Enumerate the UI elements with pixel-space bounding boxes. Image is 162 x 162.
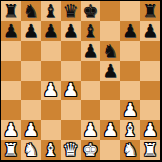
square-a5[interactable] [1, 61, 21, 81]
piece-black-pawn[interactable]: ♟ [23, 22, 39, 40]
square-e2[interactable]: ♟ [81, 120, 101, 140]
square-b2[interactable]: ♟ [21, 120, 41, 140]
square-b5[interactable] [21, 61, 41, 81]
piece-black-bishop[interactable]: ♝ [82, 22, 98, 40]
piece-black-pawn[interactable]: ♟ [82, 42, 98, 60]
square-c7[interactable]: ♟ [41, 21, 61, 41]
square-a6[interactable] [1, 41, 21, 61]
square-e7[interactable]: ♝ [81, 21, 101, 41]
piece-white-knight[interactable]: ♞ [23, 141, 39, 159]
square-b7[interactable]: ♟ [21, 21, 41, 41]
square-h2[interactable]: ♟ [140, 120, 160, 140]
square-h7[interactable]: ♟ [140, 21, 160, 41]
piece-white-pawn[interactable]: ♟ [43, 81, 59, 99]
square-b8[interactable]: ♞ [21, 1, 41, 21]
square-g1[interactable]: ♞ [120, 140, 140, 160]
square-g4[interactable] [120, 81, 140, 101]
piece-black-rook[interactable]: ♜ [3, 2, 19, 20]
square-d1[interactable]: ♛ [61, 140, 81, 160]
piece-black-pawn[interactable]: ♟ [122, 22, 138, 40]
square-a4[interactable] [1, 81, 21, 101]
square-c6[interactable] [41, 41, 61, 61]
square-e1[interactable]: ♚ [81, 140, 101, 160]
square-b3[interactable] [21, 100, 41, 120]
square-g7[interactable]: ♟ [120, 21, 140, 41]
square-a2[interactable]: ♟ [1, 120, 21, 140]
square-c3[interactable] [41, 100, 61, 120]
square-e5[interactable] [81, 61, 101, 81]
square-b6[interactable] [21, 41, 41, 61]
square-c2[interactable] [41, 120, 61, 140]
piece-black-king[interactable]: ♚ [82, 2, 98, 20]
square-h5[interactable] [140, 61, 160, 81]
square-h1[interactable]: ♜ [140, 140, 160, 160]
square-g6[interactable] [120, 41, 140, 61]
square-b1[interactable]: ♞ [21, 140, 41, 160]
piece-black-bishop[interactable]: ♝ [43, 2, 59, 20]
piece-white-pawn[interactable]: ♟ [62, 81, 78, 99]
square-c5[interactable] [41, 61, 61, 81]
square-f8[interactable] [100, 1, 120, 21]
square-f2[interactable]: ♟ [100, 120, 120, 140]
piece-white-rook[interactable]: ♜ [3, 141, 19, 159]
square-d3[interactable] [61, 100, 81, 120]
square-f4[interactable] [100, 81, 120, 101]
square-d4[interactable]: ♟ [61, 81, 81, 101]
piece-black-pawn[interactable]: ♟ [43, 22, 59, 40]
square-a1[interactable]: ♜ [1, 140, 21, 160]
square-g8[interactable] [120, 1, 140, 21]
square-f1[interactable] [100, 140, 120, 160]
piece-black-pawn[interactable]: ♟ [102, 62, 118, 80]
square-h3[interactable] [140, 100, 160, 120]
square-d8[interactable]: ♛ [61, 1, 81, 21]
chess-board-frame: ♜♞♝♛♚♜♟♟♟♟♝♟♟♟♞♟♟♟♟♟♟♟♟♝♟♜♞♝♛♚♞♜ [0, 0, 162, 162]
piece-black-queen[interactable]: ♛ [62, 2, 78, 20]
piece-white-pawn[interactable]: ♟ [122, 101, 138, 119]
piece-black-knight[interactable]: ♞ [23, 2, 39, 20]
square-f7[interactable] [100, 21, 120, 41]
square-h6[interactable] [140, 41, 160, 61]
square-g3[interactable]: ♟ [120, 100, 140, 120]
square-c1[interactable]: ♝ [41, 140, 61, 160]
square-d5[interactable] [61, 61, 81, 81]
square-e6[interactable]: ♟ [81, 41, 101, 61]
square-h4[interactable] [140, 81, 160, 101]
piece-white-rook[interactable]: ♜ [142, 141, 158, 159]
piece-white-pawn[interactable]: ♟ [102, 121, 118, 139]
square-e4[interactable] [81, 81, 101, 101]
piece-black-pawn[interactable]: ♟ [142, 22, 158, 40]
square-b4[interactable] [21, 81, 41, 101]
piece-white-pawn[interactable]: ♟ [3, 121, 19, 139]
piece-black-pawn[interactable]: ♟ [62, 22, 78, 40]
square-a8[interactable]: ♜ [1, 1, 21, 21]
square-a7[interactable]: ♟ [1, 21, 21, 41]
square-d6[interactable] [61, 41, 81, 61]
square-c4[interactable]: ♟ [41, 81, 61, 101]
square-f3[interactable] [100, 100, 120, 120]
square-f6[interactable]: ♞ [100, 41, 120, 61]
square-c8[interactable]: ♝ [41, 1, 61, 21]
piece-white-king[interactable]: ♚ [82, 141, 98, 159]
square-e8[interactable]: ♚ [81, 1, 101, 21]
piece-white-pawn[interactable]: ♟ [82, 121, 98, 139]
piece-white-queen[interactable]: ♛ [62, 141, 78, 159]
square-g5[interactable] [120, 61, 140, 81]
chess-board: ♜♞♝♛♚♜♟♟♟♟♝♟♟♟♞♟♟♟♟♟♟♟♟♝♟♜♞♝♛♚♞♜ [1, 1, 160, 160]
piece-white-bishop[interactable]: ♝ [122, 121, 138, 139]
piece-white-pawn[interactable]: ♟ [23, 121, 39, 139]
square-a3[interactable] [1, 100, 21, 120]
piece-black-knight[interactable]: ♞ [102, 42, 118, 60]
square-d2[interactable] [61, 120, 81, 140]
square-h8[interactable]: ♜ [140, 1, 160, 21]
piece-white-knight[interactable]: ♞ [122, 141, 138, 159]
square-g2[interactable]: ♝ [120, 120, 140, 140]
square-e3[interactable] [81, 100, 101, 120]
piece-white-bishop[interactable]: ♝ [43, 141, 59, 159]
piece-white-pawn[interactable]: ♟ [142, 121, 158, 139]
piece-black-pawn[interactable]: ♟ [3, 22, 19, 40]
piece-black-rook[interactable]: ♜ [142, 2, 158, 20]
square-f5[interactable]: ♟ [100, 61, 120, 81]
square-d7[interactable]: ♟ [61, 21, 81, 41]
